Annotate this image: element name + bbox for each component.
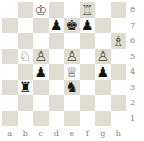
rank-label-6: 6: [126, 33, 139, 49]
file-label-a: a: [2, 127, 18, 139]
white-knight[interactable]: ♘: [19, 49, 32, 63]
square-a2[interactable]: [2, 95, 18, 111]
square-g3[interactable]: [95, 80, 111, 96]
square-a4[interactable]: [2, 64, 18, 80]
square-b4[interactable]: [18, 64, 34, 80]
black-king[interactable]: ♚: [65, 18, 78, 32]
rank-label-3: 3: [126, 80, 139, 96]
file-label-g: g: [95, 127, 111, 139]
square-d2[interactable]: [49, 95, 65, 111]
square-b8[interactable]: [18, 2, 34, 18]
white-pawn[interactable]: ♙: [34, 49, 47, 63]
file-label-e: e: [64, 127, 80, 139]
square-b7[interactable]: [18, 18, 34, 34]
square-h8[interactable]: [111, 2, 127, 18]
square-a1[interactable]: [2, 111, 18, 127]
square-c1[interactable]: [33, 111, 49, 127]
square-g7[interactable]: [95, 18, 111, 34]
white-queen[interactable]: ♕: [65, 65, 78, 79]
black-pawn[interactable]: ♟: [34, 65, 47, 79]
white-king[interactable]: ♔: [34, 3, 47, 17]
square-g2[interactable]: [95, 95, 111, 111]
square-d6[interactable]: [49, 33, 65, 49]
square-b5[interactable]: ♘: [18, 49, 34, 65]
file-label-f: f: [80, 127, 96, 139]
square-f6[interactable]: [80, 33, 96, 49]
square-g5[interactable]: ♙: [95, 49, 111, 65]
square-e2[interactable]: [64, 95, 80, 111]
square-h6[interactable]: ♗: [111, 33, 127, 49]
rank-label-7: 7: [126, 18, 139, 34]
square-b2[interactable]: [18, 95, 34, 111]
square-h5[interactable]: [111, 49, 127, 65]
square-h4[interactable]: [111, 64, 127, 80]
square-d7[interactable]: ♟: [49, 18, 65, 34]
square-h2[interactable]: [111, 95, 127, 111]
square-e1[interactable]: [64, 111, 80, 127]
square-e8[interactable]: [64, 2, 80, 18]
file-labels: abcdefgh: [2, 127, 126, 139]
square-a3[interactable]: [2, 80, 18, 96]
black-rook[interactable]: ♜: [19, 80, 32, 94]
rank-labels: 87654321: [126, 2, 139, 126]
black-pawn[interactable]: ♟: [81, 18, 94, 32]
square-f2[interactable]: [80, 95, 96, 111]
square-h3[interactable]: [111, 80, 127, 96]
square-f3[interactable]: [80, 80, 96, 96]
white-pawn[interactable]: ♙: [65, 49, 78, 63]
rank-label-1: 1: [126, 111, 139, 127]
square-a5[interactable]: [2, 49, 18, 65]
square-d1[interactable]: [49, 111, 65, 127]
chess-board-screenshot: ♔♖♟♚♟♗♘♙♙♙♟♕♟♜♞ abcdefgh 87654321: [0, 0, 144, 141]
square-g4[interactable]: ♟: [95, 64, 111, 80]
white-bishop[interactable]: ♗: [112, 34, 125, 48]
black-pawn[interactable]: ♟: [96, 65, 109, 79]
square-b6[interactable]: [18, 33, 34, 49]
rank-label-5: 5: [126, 49, 139, 65]
file-label-b: b: [18, 127, 34, 139]
black-pawn[interactable]: ♟: [50, 18, 63, 32]
rank-label-8: 8: [126, 2, 139, 18]
square-c6[interactable]: [33, 33, 49, 49]
square-d5[interactable]: [49, 49, 65, 65]
square-a7[interactable]: [2, 18, 18, 34]
square-c5[interactable]: ♙: [33, 49, 49, 65]
white-pawn[interactable]: ♙: [96, 49, 109, 63]
square-a8[interactable]: [2, 2, 18, 18]
square-g1[interactable]: [95, 111, 111, 127]
square-f4[interactable]: [80, 64, 96, 80]
square-a6[interactable]: [2, 33, 18, 49]
square-d4[interactable]: [49, 64, 65, 80]
square-g8[interactable]: [95, 2, 111, 18]
white-rook[interactable]: ♖: [81, 3, 94, 17]
square-f1[interactable]: [80, 111, 96, 127]
square-e6[interactable]: [64, 33, 80, 49]
square-d3[interactable]: [49, 80, 65, 96]
square-e4[interactable]: ♕: [64, 64, 80, 80]
square-h7[interactable]: [111, 18, 127, 34]
file-label-h: h: [111, 127, 127, 139]
square-f8[interactable]: ♖: [80, 2, 96, 18]
square-c8[interactable]: ♔: [33, 2, 49, 18]
square-g6[interactable]: [95, 33, 111, 49]
square-e7[interactable]: ♚: [64, 18, 80, 34]
square-h1[interactable]: [111, 111, 127, 127]
rank-label-2: 2: [126, 95, 139, 111]
black-knight[interactable]: ♞: [65, 80, 78, 94]
file-label-c: c: [33, 127, 49, 139]
square-c4[interactable]: ♟: [33, 64, 49, 80]
chess-board: ♔♖♟♚♟♗♘♙♙♙♟♕♟♜♞: [2, 2, 126, 126]
square-f5[interactable]: [80, 49, 96, 65]
square-c2[interactable]: [33, 95, 49, 111]
square-e5[interactable]: ♙: [64, 49, 80, 65]
rank-label-4: 4: [126, 64, 139, 80]
square-c3[interactable]: [33, 80, 49, 96]
square-b1[interactable]: [18, 111, 34, 127]
square-d8[interactable]: [49, 2, 65, 18]
file-label-d: d: [49, 127, 65, 139]
square-c7[interactable]: [33, 18, 49, 34]
square-f7[interactable]: ♟: [80, 18, 96, 34]
square-b3[interactable]: ♜: [18, 80, 34, 96]
square-e3[interactable]: ♞: [64, 80, 80, 96]
